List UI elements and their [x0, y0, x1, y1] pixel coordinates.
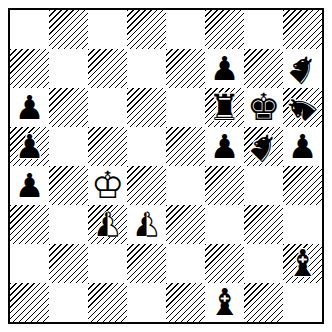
square-c7[interactable]	[88, 49, 127, 88]
square-g2[interactable]	[244, 244, 283, 283]
square-d8[interactable]	[127, 10, 166, 49]
square-c1[interactable]	[88, 283, 127, 322]
square-f6[interactable]: ♜	[205, 88, 244, 127]
square-f2[interactable]	[205, 244, 244, 283]
square-a8[interactable]	[10, 10, 49, 49]
square-g7[interactable]	[244, 49, 283, 88]
square-a2[interactable]	[10, 244, 49, 283]
square-d2[interactable]	[127, 244, 166, 283]
piece-black-pawn-f7: ♟	[210, 52, 240, 85]
square-d7[interactable]	[127, 49, 166, 88]
square-e8[interactable]	[166, 10, 205, 49]
square-e5[interactable]	[166, 127, 205, 166]
square-c2[interactable]	[88, 244, 127, 283]
square-h8[interactable]	[283, 10, 322, 49]
piece-black-knight-rotated-g5: ♞	[241, 123, 288, 170]
piece-neutral-pawn-d3: ♟♟	[127, 205, 166, 244]
square-c4[interactable]: ♔	[88, 166, 127, 205]
square-f3[interactable]	[205, 205, 244, 244]
square-b8[interactable]	[49, 10, 88, 49]
square-c3[interactable]: ♟♟	[88, 205, 127, 244]
piece-black-knight-rotated-h6: ♞	[279, 84, 326, 131]
square-g5[interactable]: ♞	[244, 127, 283, 166]
square-f7[interactable]: ♟	[205, 49, 244, 88]
square-e3[interactable]	[166, 205, 205, 244]
square-e4[interactable]	[166, 166, 205, 205]
square-h6[interactable]: ♞	[283, 88, 322, 127]
square-e6[interactable]	[166, 88, 205, 127]
square-d5[interactable]	[127, 127, 166, 166]
piece-black-pawn-f5: ♟	[210, 130, 240, 163]
square-g4[interactable]	[244, 166, 283, 205]
piece-black-pawn-a4: ♟	[15, 169, 45, 202]
square-e7[interactable]	[166, 49, 205, 88]
square-f8[interactable]	[205, 10, 244, 49]
square-a6[interactable]: ♟	[10, 88, 49, 127]
square-d1[interactable]	[127, 283, 166, 322]
square-c6[interactable]	[88, 88, 127, 127]
piece-white-king-c4: ♔	[91, 167, 124, 204]
square-b1[interactable]	[49, 283, 88, 322]
square-h4[interactable]	[283, 166, 322, 205]
square-b4[interactable]	[49, 166, 88, 205]
square-h3[interactable]	[283, 205, 322, 244]
square-e1[interactable]	[166, 283, 205, 322]
square-c5[interactable]	[88, 127, 127, 166]
square-f4[interactable]	[205, 166, 244, 205]
square-c8[interactable]	[88, 10, 127, 49]
square-b7[interactable]	[49, 49, 88, 88]
square-h7[interactable]: ♞	[283, 49, 322, 88]
piece-black-bishop-h2: ♝	[286, 245, 319, 282]
chessboard: ♟♞♟♜♚♞♟♟♞♟♟♔♟♟♟♟♝♝	[8, 8, 324, 324]
square-a7[interactable]	[10, 49, 49, 88]
square-g8[interactable]	[244, 10, 283, 49]
square-b6[interactable]	[49, 88, 88, 127]
square-f5[interactable]: ♟	[205, 127, 244, 166]
square-b2[interactable]	[49, 244, 88, 283]
square-a4[interactable]: ♟	[10, 166, 49, 205]
square-g3[interactable]	[244, 205, 283, 244]
square-a1[interactable]	[10, 283, 49, 322]
square-f1[interactable]: ♝	[205, 283, 244, 322]
board-frame: ♟♞♟♜♚♞♟♟♞♟♟♔♟♟♟♟♝♝	[8, 8, 324, 324]
piece-black-bishop-f1: ♝	[208, 284, 241, 321]
square-g1[interactable]	[244, 283, 283, 322]
square-g6[interactable]: ♚	[244, 88, 283, 127]
square-h1[interactable]	[283, 283, 322, 322]
square-a5[interactable]: ♟	[10, 127, 49, 166]
piece-black-pawn-a5: ♟	[15, 130, 45, 163]
piece-black-pawn-h5: ♟	[288, 130, 318, 163]
square-b3[interactable]	[49, 205, 88, 244]
piece-black-knight-rotated-h7: ♞	[280, 45, 327, 92]
square-e2[interactable]	[166, 244, 205, 283]
square-d3[interactable]: ♟♟	[127, 205, 166, 244]
square-h2[interactable]: ♝	[283, 244, 322, 283]
square-a3[interactable]	[10, 205, 49, 244]
piece-black-rook-f6: ♜	[208, 90, 240, 126]
piece-neutral-pawn-c3: ♟♟	[88, 205, 127, 244]
square-d4[interactable]	[127, 166, 166, 205]
piece-black-pawn-a6: ♟	[15, 91, 45, 124]
piece-black-king-g6: ♚	[247, 89, 280, 126]
square-b5[interactable]	[49, 127, 88, 166]
square-d6[interactable]	[127, 88, 166, 127]
square-h5[interactable]: ♟	[283, 127, 322, 166]
